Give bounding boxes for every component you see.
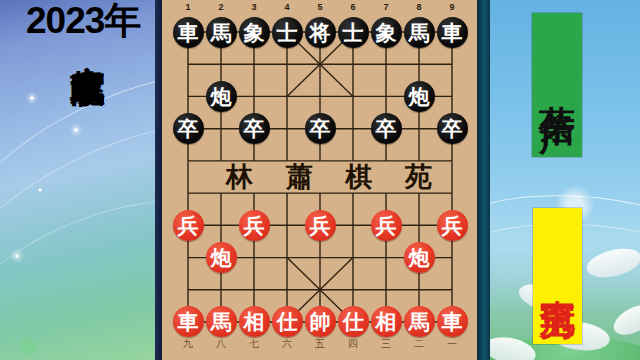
board-cell-r0c0[interactable]: 車 [172,16,205,48]
board-cell-r0c4[interactable]: 将 [304,16,337,48]
red-horse[interactable]: 馬 [206,306,237,337]
black-horse[interactable]: 馬 [206,17,237,48]
right-background-panel: 蔡佑广 李冠男 [490,0,640,360]
red-soldier[interactable]: 兵 [371,210,402,241]
board-cell-r2c1[interactable]: 炮 [205,80,238,112]
file-number-bottom: 八 [205,337,238,351]
board-cell-r6c3[interactable] [271,209,304,241]
black-advisor[interactable]: 士 [272,17,303,48]
board-cell-r0c7[interactable]: 馬 [403,16,436,48]
player-name-black: 蔡佑广 [532,13,582,157]
board-cell-r0c3[interactable]: 士 [271,16,304,48]
board-cell-r9c0[interactable]: 車 [172,306,205,338]
board-cell-r8c6[interactable] [370,274,403,306]
board-cell-r1c3[interactable] [271,48,304,80]
board-cell-r5c6[interactable] [370,177,403,209]
board-cell-r2c3[interactable] [271,80,304,112]
board-cell-r2c0[interactable] [172,80,205,112]
flower-petal [490,333,538,360]
board-cell-r7c4[interactable] [304,241,337,273]
red-general[interactable]: 帥 [305,306,336,337]
black-elephant[interactable]: 象 [239,17,270,48]
black-soldier[interactable]: 卒 [239,113,270,144]
board-cell-r4c0[interactable] [172,145,205,177]
red-advisor[interactable]: 仕 [338,306,369,337]
board-cell-r4c5[interactable] [337,145,370,177]
board-cell-r0c5[interactable]: 士 [337,16,370,48]
black-soldier[interactable]: 卒 [371,113,402,144]
board-cell-r1c7[interactable] [403,48,436,80]
red-soldier[interactable]: 兵 [305,210,336,241]
board-cell-r7c5[interactable] [337,241,370,273]
board-cell-r1c2[interactable] [238,48,271,80]
board-cell-r3c8[interactable]: 卒 [436,113,469,145]
board-cell-r9c6[interactable]: 相 [370,306,403,338]
file-numbers-bottom: 九八七六五四三二一 [172,337,469,351]
screenshot-stage: 2023年 广东十虎战东北联队 [0,0,640,360]
board-cell-r7c8[interactable] [436,241,469,273]
black-cannon[interactable]: 炮 [404,81,435,112]
black-chariot[interactable]: 車 [437,17,468,48]
black-soldier[interactable]: 卒 [305,113,336,144]
board-cell-r4c8[interactable] [436,145,469,177]
red-horse[interactable]: 馬 [404,306,435,337]
xiangqi-board: 123456789 林蕭棋苑 車馬象士将士象馬車炮炮卒卒卒卒卒兵兵兵兵兵炮炮車馬… [162,0,477,360]
file-number-bottom: 三 [370,337,403,351]
file-number-top: 3 [238,2,271,12]
board-cell-r3c2[interactable]: 卒 [238,113,271,145]
board-cell-r1c5[interactable] [337,48,370,80]
board-cell-r1c4[interactable] [304,48,337,80]
board-cell-r7c2[interactable] [238,241,271,273]
board-cell-r8c7[interactable] [403,274,436,306]
board-cell-r3c6[interactable]: 卒 [370,113,403,145]
board-cell-r5c1[interactable] [205,177,238,209]
board-left-edge [155,0,162,360]
board-right-edge [477,0,490,360]
board-cell-r0c2[interactable]: 象 [238,16,271,48]
board-cell-r6c4[interactable]: 兵 [304,209,337,241]
file-number-bottom: 四 [337,337,370,351]
file-number-top: 6 [337,2,370,12]
board-cell-r6c0[interactable]: 兵 [172,209,205,241]
black-elephant[interactable]: 象 [371,17,402,48]
board-cell-r5c7[interactable] [403,177,436,209]
board-cell-r2c6[interactable] [370,80,403,112]
board-cell-r0c1[interactable]: 馬 [205,16,238,48]
board-cell-r2c8[interactable] [436,80,469,112]
board-cell-r8c4[interactable] [304,274,337,306]
board-cell-r8c3[interactable] [271,274,304,306]
board-cell-r8c8[interactable] [436,274,469,306]
board-cell-r6c5[interactable] [337,209,370,241]
board-cell-r3c0[interactable]: 卒 [172,113,205,145]
red-soldier[interactable]: 兵 [239,210,270,241]
board-cell-r5c2[interactable] [238,177,271,209]
file-number-top: 5 [304,2,337,12]
board-cell-r3c5[interactable] [337,113,370,145]
file-number-top: 1 [172,2,205,12]
file-number-top: 9 [436,2,469,12]
red-soldier[interactable]: 兵 [437,210,468,241]
file-number-bottom: 五 [304,337,337,351]
board-cell-r6c6[interactable]: 兵 [370,209,403,241]
board-cell-r7c6[interactable] [370,241,403,273]
board-cell-r5c5[interactable] [337,177,370,209]
board-cell-r5c8[interactable] [436,177,469,209]
file-number-top: 8 [403,2,436,12]
black-soldier[interactable]: 卒 [173,113,204,144]
board-cell-r5c0[interactable] [172,177,205,209]
red-chariot[interactable]: 車 [173,306,204,337]
black-chariot[interactable]: 車 [173,17,204,48]
black-general[interactable]: 将 [305,17,336,48]
board-cell-r1c8[interactable] [436,48,469,80]
file-number-bottom: 二 [403,337,436,351]
board-cell-r2c7[interactable]: 炮 [403,80,436,112]
black-cannon[interactable]: 炮 [206,81,237,112]
board-cell-r1c1[interactable] [205,48,238,80]
red-cannon[interactable]: 炮 [206,242,237,273]
board-cell-r3c3[interactable] [271,113,304,145]
board-cell-r9c3[interactable]: 仕 [271,306,304,338]
file-number-bottom: 六 [271,337,304,351]
board-cell-r3c1[interactable] [205,113,238,145]
player-name-red: 李冠男 [533,208,582,344]
board-cell-r6c7[interactable] [403,209,436,241]
board-cell-r0c6[interactable]: 象 [370,16,403,48]
board-cell-r4c2[interactable] [238,145,271,177]
board-cell-r9c1[interactable]: 馬 [205,306,238,338]
board-cell-r8c2[interactable] [238,274,271,306]
black-advisor[interactable]: 士 [338,17,369,48]
red-elephant[interactable]: 相 [239,306,270,337]
board-cell-r5c4[interactable] [304,177,337,209]
board-cell-r1c6[interactable] [370,48,403,80]
file-number-bottom: 九 [172,337,205,351]
red-soldier[interactable]: 兵 [173,210,204,241]
board-cell-r4c6[interactable] [370,145,403,177]
board-cell-r4c7[interactable] [403,145,436,177]
board-cell-r4c4[interactable] [304,145,337,177]
red-cannon[interactable]: 炮 [404,242,435,273]
board-cell-r6c1[interactable] [205,209,238,241]
file-number-bottom: 一 [436,337,469,351]
board-cell-r8c1[interactable] [205,274,238,306]
file-number-top: 2 [205,2,238,12]
black-horse[interactable]: 馬 [404,17,435,48]
board-cell-r9c4[interactable]: 帥 [304,306,337,338]
file-number-top: 4 [271,2,304,12]
board-cell-r7c0[interactable] [172,241,205,273]
board-cell-r9c2[interactable]: 相 [238,306,271,338]
red-chariot[interactable]: 車 [437,306,468,337]
left-background-panel: 2023年 广东十虎战东北联队 [0,0,155,360]
file-number-bottom: 七 [238,337,271,351]
board-cell-r8c5[interactable] [337,274,370,306]
board-cell-r9c8[interactable]: 車 [436,306,469,338]
board-cell-r4c1[interactable] [205,145,238,177]
board-cell-r7c7[interactable]: 炮 [403,241,436,273]
board-cell-r6c2[interactable]: 兵 [238,209,271,241]
red-elephant[interactable]: 相 [371,306,402,337]
board-cell-r8c0[interactable] [172,274,205,306]
black-soldier[interactable]: 卒 [437,113,468,144]
board-cell-r3c4[interactable]: 卒 [304,113,337,145]
file-numbers-top: 123456789 [172,2,469,12]
red-advisor[interactable]: 仕 [272,306,303,337]
board-cell-r5c3[interactable] [271,177,304,209]
board-cell-r7c3[interactable] [271,241,304,273]
file-number-top: 7 [370,2,403,12]
board-cell-r2c4[interactable] [304,80,337,112]
board-cell-r9c5[interactable]: 仕 [337,306,370,338]
board-cell-r2c5[interactable] [337,80,370,112]
board-cell-r9c7[interactable]: 馬 [403,306,436,338]
board-cell-r6c8[interactable]: 兵 [436,209,469,241]
board-cell-r1c0[interactable] [172,48,205,80]
board-cell-r0c8[interactable]: 車 [436,16,469,48]
event-title: 广东十虎战东北联队 [68,38,108,360]
board-cell-r3c7[interactable] [403,113,436,145]
board-cell-r4c3[interactable] [271,145,304,177]
board-cell-r2c2[interactable] [238,80,271,112]
board-grid: 車馬象士将士象馬車炮炮卒卒卒卒卒兵兵兵兵兵炮炮車馬相仕帥仕相馬車 [172,16,469,338]
board-cell-r7c1[interactable]: 炮 [205,241,238,273]
